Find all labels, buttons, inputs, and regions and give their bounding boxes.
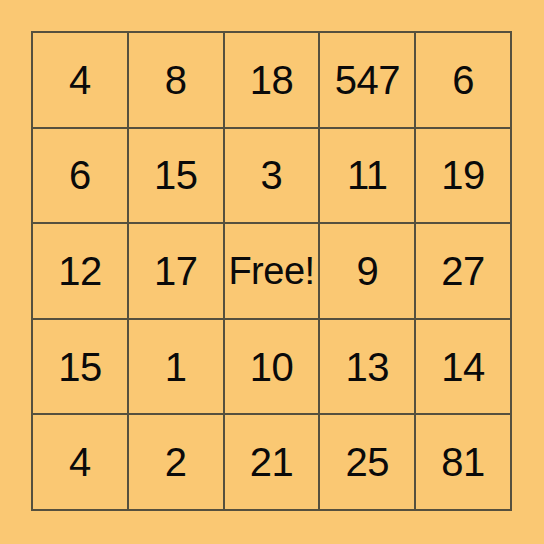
cell-r4c2[interactable]: 1 (128, 319, 224, 415)
cell-r2c3[interactable]: 3 (224, 128, 320, 224)
cell-r3c5[interactable]: 27 (415, 223, 511, 319)
cell-r4c4[interactable]: 13 (319, 319, 415, 415)
cell-r3c2[interactable]: 17 (128, 223, 224, 319)
cell-r2c4[interactable]: 11 (319, 128, 415, 224)
cell-r5c5[interactable]: 81 (415, 414, 511, 510)
cell-r2c5[interactable]: 19 (415, 128, 511, 224)
cell-r3c1[interactable]: 12 (32, 223, 128, 319)
cell-r5c3[interactable]: 21 (224, 414, 320, 510)
cell-r5c1[interactable]: 4 (32, 414, 128, 510)
cell-r1c1[interactable]: 4 (32, 32, 128, 128)
cell-r1c4[interactable]: 547 (319, 32, 415, 128)
cell-r1c5[interactable]: 6 (415, 32, 511, 128)
bingo-board: 4 8 18 547 6 6 15 3 11 19 12 17 Free! 9 … (31, 31, 512, 511)
cell-r3c3-free[interactable]: Free! (224, 223, 320, 319)
cell-r5c2[interactable]: 2 (128, 414, 224, 510)
cell-r1c2[interactable]: 8 (128, 32, 224, 128)
cell-r4c1[interactable]: 15 (32, 319, 128, 415)
cell-r4c3[interactable]: 10 (224, 319, 320, 415)
cell-r1c3[interactable]: 18 (224, 32, 320, 128)
cell-r2c2[interactable]: 15 (128, 128, 224, 224)
cell-r2c1[interactable]: 6 (32, 128, 128, 224)
cell-r4c5[interactable]: 14 (415, 319, 511, 415)
cell-r5c4[interactable]: 25 (319, 414, 415, 510)
cell-r3c4[interactable]: 9 (319, 223, 415, 319)
